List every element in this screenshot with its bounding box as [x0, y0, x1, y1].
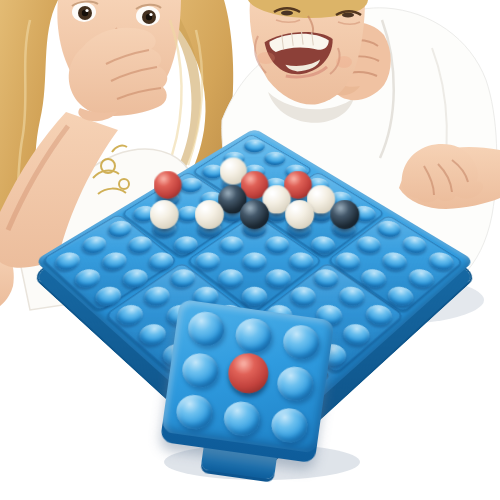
black-marble [330, 199, 359, 228]
white-marble [195, 199, 224, 228]
black-marble [240, 199, 269, 228]
boy-blush-left [257, 52, 275, 64]
front-tile [161, 299, 334, 453]
boy-blush-right [336, 56, 352, 68]
white-marble [150, 199, 179, 228]
product-photo [0, 0, 500, 500]
red-marble [154, 171, 182, 199]
white-marble [285, 199, 314, 228]
